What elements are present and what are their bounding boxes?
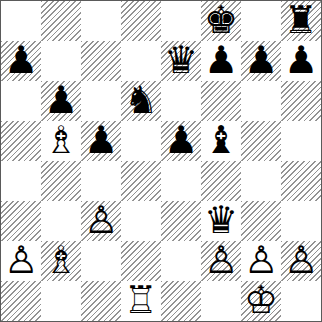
square-f6[interactable]	[201, 81, 241, 121]
square-h3[interactable]	[281, 201, 321, 241]
square-b1[interactable]	[41, 281, 81, 321]
square-e8[interactable]	[161, 1, 201, 41]
square-h7[interactable]: ♟	[281, 41, 321, 81]
square-b2[interactable]: ♗	[41, 241, 81, 281]
square-c6[interactable]	[81, 81, 121, 121]
square-a6[interactable]	[1, 81, 41, 121]
square-f7[interactable]: ♟	[201, 41, 241, 81]
square-a8[interactable]	[1, 1, 41, 41]
square-d2[interactable]	[121, 241, 161, 281]
square-d3[interactable]	[121, 201, 161, 241]
square-h1[interactable]	[281, 281, 321, 321]
square-e4[interactable]	[161, 161, 201, 201]
square-d4[interactable]	[121, 161, 161, 201]
square-b4[interactable]	[41, 161, 81, 201]
square-b5[interactable]: ♗	[41, 121, 81, 161]
square-a5[interactable]	[1, 121, 41, 161]
piece-black-pawn[interactable]: ♟	[4, 41, 38, 80]
square-b6[interactable]: ♟	[41, 81, 81, 121]
square-g8[interactable]	[241, 1, 281, 41]
square-f4[interactable]	[201, 161, 241, 201]
piece-black-pawn[interactable]: ♟	[84, 121, 118, 160]
piece-white-pawn[interactable]: ♙	[4, 241, 38, 280]
square-b8[interactable]	[41, 1, 81, 41]
square-d7[interactable]	[121, 41, 161, 81]
square-e2[interactable]	[161, 241, 201, 281]
piece-white-bishop[interactable]: ♗	[44, 241, 78, 280]
piece-black-pawn[interactable]: ♟	[164, 121, 198, 160]
square-g3[interactable]	[241, 201, 281, 241]
square-e1[interactable]	[161, 281, 201, 321]
square-e3[interactable]	[161, 201, 201, 241]
piece-black-pawn[interactable]: ♟	[244, 41, 278, 80]
square-c1[interactable]	[81, 281, 121, 321]
square-e5[interactable]: ♟	[161, 121, 201, 161]
piece-white-pawn[interactable]: ♙	[244, 241, 278, 280]
piece-white-pawn[interactable]: ♙	[84, 201, 118, 240]
square-a7[interactable]: ♟	[1, 41, 41, 81]
piece-white-bishop[interactable]: ♗	[44, 121, 78, 160]
square-f5[interactable]: ♝	[201, 121, 241, 161]
piece-white-rook[interactable]: ♖	[124, 281, 158, 320]
square-c4[interactable]	[81, 161, 121, 201]
square-h5[interactable]	[281, 121, 321, 161]
square-g1[interactable]: ♔	[241, 281, 281, 321]
square-e7[interactable]: ♛	[161, 41, 201, 81]
piece-white-pawn[interactable]: ♙	[204, 241, 238, 280]
square-g4[interactable]	[241, 161, 281, 201]
square-g2[interactable]: ♙	[241, 241, 281, 281]
piece-black-pawn[interactable]: ♟	[284, 41, 318, 80]
piece-black-pawn[interactable]: ♟	[204, 41, 238, 80]
square-b7[interactable]	[41, 41, 81, 81]
piece-white-king[interactable]: ♔	[244, 281, 278, 320]
square-e6[interactable]	[161, 81, 201, 121]
square-a3[interactable]	[1, 201, 41, 241]
piece-black-bishop[interactable]: ♝	[204, 121, 238, 160]
square-h2[interactable]: ♙	[281, 241, 321, 281]
piece-white-pawn[interactable]: ♙	[284, 241, 318, 280]
square-c2[interactable]	[81, 241, 121, 281]
square-g5[interactable]	[241, 121, 281, 161]
piece-black-rook[interactable]: ♜	[284, 1, 318, 40]
square-f1[interactable]	[201, 281, 241, 321]
piece-black-queen[interactable]: ♛	[204, 201, 238, 240]
square-c3[interactable]: ♙	[81, 201, 121, 241]
square-c7[interactable]	[81, 41, 121, 81]
chess-diagram: ♚♜♟♛♟♟♟♟♞♗♟♟♝♙♛♙♗♙♙♙♖♔	[0, 0, 322, 322]
square-g6[interactable]	[241, 81, 281, 121]
square-g7[interactable]: ♟	[241, 41, 281, 81]
chessboard: ♚♜♟♛♟♟♟♟♞♗♟♟♝♙♛♙♗♙♙♙♖♔	[0, 0, 322, 322]
square-a4[interactable]	[1, 161, 41, 201]
square-a2[interactable]: ♙	[1, 241, 41, 281]
piece-black-knight[interactable]: ♞	[124, 81, 158, 120]
piece-black-king[interactable]: ♚	[204, 1, 238, 40]
square-c5[interactable]: ♟	[81, 121, 121, 161]
square-f2[interactable]: ♙	[201, 241, 241, 281]
square-d5[interactable]	[121, 121, 161, 161]
square-d1[interactable]: ♖	[121, 281, 161, 321]
square-c8[interactable]	[81, 1, 121, 41]
square-h6[interactable]	[281, 81, 321, 121]
square-f3[interactable]: ♛	[201, 201, 241, 241]
square-d8[interactable]	[121, 1, 161, 41]
square-a1[interactable]	[1, 281, 41, 321]
square-b3[interactable]	[41, 201, 81, 241]
square-d6[interactable]: ♞	[121, 81, 161, 121]
piece-black-queen[interactable]: ♛	[164, 41, 198, 80]
piece-black-pawn[interactable]: ♟	[44, 81, 78, 120]
square-h8[interactable]: ♜	[281, 1, 321, 41]
square-f8[interactable]: ♚	[201, 1, 241, 41]
square-h4[interactable]	[281, 161, 321, 201]
